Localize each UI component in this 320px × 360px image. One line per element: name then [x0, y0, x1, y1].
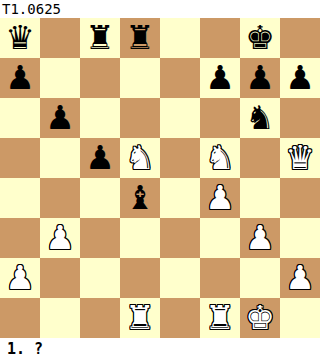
square-c6[interactable]	[80, 98, 120, 138]
square-e6[interactable]	[160, 98, 200, 138]
square-e4[interactable]	[160, 178, 200, 218]
white-queen-icon: ♛	[285, 138, 315, 178]
white-king-icon: ♚	[245, 298, 275, 338]
square-h4[interactable]	[280, 178, 320, 218]
white-pawn-icon: ♟	[245, 218, 275, 258]
square-f4[interactable]: ♟	[200, 178, 240, 218]
square-b8[interactable]	[40, 18, 80, 58]
move-prompt-label: 1. ?	[0, 338, 320, 360]
square-d2[interactable]	[120, 258, 160, 298]
square-a4[interactable]	[0, 178, 40, 218]
square-g2[interactable]	[240, 258, 280, 298]
black-king-icon: ♚	[245, 18, 275, 58]
square-c1[interactable]	[80, 298, 120, 338]
square-b2[interactable]	[40, 258, 80, 298]
black-pawn-icon: ♟	[5, 58, 35, 98]
black-queen-icon: ♛	[5, 18, 35, 58]
square-b1[interactable]	[40, 298, 80, 338]
square-e3[interactable]	[160, 218, 200, 258]
square-e7[interactable]	[160, 58, 200, 98]
square-b4[interactable]	[40, 178, 80, 218]
white-pawn-icon: ♟	[45, 218, 75, 258]
square-g5[interactable]	[240, 138, 280, 178]
white-pawn-icon: ♟	[285, 258, 315, 298]
white-pawn-icon: ♟	[5, 258, 35, 298]
square-h6[interactable]	[280, 98, 320, 138]
black-knight-icon: ♞	[245, 98, 275, 138]
white-knight-icon: ♞	[205, 138, 235, 178]
square-h8[interactable]	[280, 18, 320, 58]
square-d5[interactable]: ♞	[120, 138, 160, 178]
square-f6[interactable]	[200, 98, 240, 138]
square-g1[interactable]: ♚	[240, 298, 280, 338]
chess-puzzle-window: T1.0625 ♛♜♜♚♟♟♟♟♟♞♟♞♞♛♝♟♟♟♟♟♜♜♚ 1. ?	[0, 0, 320, 360]
white-knight-icon: ♞	[125, 138, 155, 178]
square-f1[interactable]: ♜	[200, 298, 240, 338]
square-c8[interactable]: ♜	[80, 18, 120, 58]
square-a3[interactable]	[0, 218, 40, 258]
white-pawn-icon: ♟	[205, 178, 235, 218]
square-a7[interactable]: ♟	[0, 58, 40, 98]
square-h1[interactable]	[280, 298, 320, 338]
square-b7[interactable]	[40, 58, 80, 98]
white-rook-icon: ♜	[125, 298, 155, 338]
square-c5[interactable]: ♟	[80, 138, 120, 178]
square-h5[interactable]: ♛	[280, 138, 320, 178]
black-rook-icon: ♜	[125, 18, 155, 58]
square-g7[interactable]: ♟	[240, 58, 280, 98]
black-pawn-icon: ♟	[245, 58, 275, 98]
square-c7[interactable]	[80, 58, 120, 98]
square-g3[interactable]: ♟	[240, 218, 280, 258]
square-h7[interactable]: ♟	[280, 58, 320, 98]
square-b6[interactable]: ♟	[40, 98, 80, 138]
square-h3[interactable]	[280, 218, 320, 258]
square-f5[interactable]: ♞	[200, 138, 240, 178]
square-d4[interactable]: ♝	[120, 178, 160, 218]
square-b3[interactable]: ♟	[40, 218, 80, 258]
square-f8[interactable]	[200, 18, 240, 58]
square-a6[interactable]	[0, 98, 40, 138]
square-g4[interactable]	[240, 178, 280, 218]
square-b5[interactable]	[40, 138, 80, 178]
square-f3[interactable]	[200, 218, 240, 258]
square-f7[interactable]: ♟	[200, 58, 240, 98]
black-bishop-icon: ♝	[125, 178, 155, 218]
square-h2[interactable]: ♟	[280, 258, 320, 298]
square-e2[interactable]	[160, 258, 200, 298]
black-pawn-icon: ♟	[45, 98, 75, 138]
square-c2[interactable]	[80, 258, 120, 298]
square-c4[interactable]	[80, 178, 120, 218]
square-e1[interactable]	[160, 298, 200, 338]
square-f2[interactable]	[200, 258, 240, 298]
square-e8[interactable]	[160, 18, 200, 58]
square-a2[interactable]: ♟	[0, 258, 40, 298]
puzzle-id-label: T1.0625	[0, 0, 320, 18]
chess-board: ♛♜♜♚♟♟♟♟♟♞♟♞♞♛♝♟♟♟♟♟♜♜♚	[0, 18, 320, 338]
white-rook-icon: ♜	[205, 298, 235, 338]
square-d7[interactable]	[120, 58, 160, 98]
square-a5[interactable]	[0, 138, 40, 178]
square-d1[interactable]: ♜	[120, 298, 160, 338]
square-g6[interactable]: ♞	[240, 98, 280, 138]
square-e5[interactable]	[160, 138, 200, 178]
square-c3[interactable]	[80, 218, 120, 258]
black-pawn-icon: ♟	[85, 138, 115, 178]
square-a1[interactable]	[0, 298, 40, 338]
square-a8[interactable]: ♛	[0, 18, 40, 58]
square-d8[interactable]: ♜	[120, 18, 160, 58]
black-pawn-icon: ♟	[285, 58, 315, 98]
black-rook-icon: ♜	[85, 18, 115, 58]
square-d3[interactable]	[120, 218, 160, 258]
black-pawn-icon: ♟	[205, 58, 235, 98]
square-g8[interactable]: ♚	[240, 18, 280, 58]
square-d6[interactable]	[120, 98, 160, 138]
